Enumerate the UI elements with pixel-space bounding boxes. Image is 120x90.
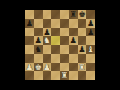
square-d3[interactable] [51,54,60,63]
square-f2[interactable] [69,63,78,72]
square-c2[interactable]: ♟ [43,63,52,72]
square-f8[interactable]: ♜ [69,10,78,19]
square-e4[interactable] [60,45,69,54]
square-f5[interactable]: ♟ [69,36,78,45]
square-e8[interactable] [60,10,69,19]
square-d8[interactable] [51,10,60,19]
square-a6[interactable] [25,28,34,37]
square-b8[interactable] [34,10,43,19]
piece-black-rook[interactable]: ♜ [69,10,76,19]
square-d1[interactable] [51,71,60,80]
square-c4[interactable] [43,45,52,54]
square-a4[interactable] [25,45,34,54]
square-h3[interactable] [86,54,95,63]
square-d7[interactable] [51,19,60,28]
square-e6[interactable] [60,28,69,37]
piece-white-bishop[interactable]: ♝ [87,45,94,54]
square-a2[interactable]: ♟ [25,63,34,72]
piece-white-pawn[interactable]: ♟ [43,62,50,71]
screenshot-canvas: ♜♚♟♟♟♟♟♞♟♞♟♝♟♚♟♜♜ [0,0,120,90]
square-d5[interactable] [51,36,60,45]
square-g4[interactable]: ♟ [78,45,87,54]
piece-black-knight[interactable]: ♞ [34,45,41,54]
square-e5[interactable] [60,36,69,45]
square-e3[interactable] [60,54,69,63]
square-b7[interactable] [34,19,43,28]
square-h2[interactable] [86,63,95,72]
square-d4[interactable] [51,45,60,54]
square-d2[interactable] [51,63,60,72]
square-h1[interactable] [86,71,95,80]
piece-white-rook[interactable]: ♜ [78,62,85,71]
chess-board: ♜♚♟♟♟♟♟♞♟♞♟♝♟♚♟♜♜ [25,10,95,80]
square-b2[interactable]: ♚ [34,63,43,72]
square-c5[interactable]: ♞ [43,36,52,45]
square-h6[interactable]: ♟ [86,28,95,37]
piece-black-pawn[interactable]: ♟ [26,18,33,27]
square-b1[interactable] [34,71,43,80]
square-g6[interactable] [78,28,87,37]
square-g2[interactable]: ♜ [78,63,87,72]
square-f4[interactable] [69,45,78,54]
piece-white-king[interactable]: ♚ [34,62,41,71]
square-a7[interactable]: ♟ [25,19,34,28]
square-a1[interactable] [25,71,34,80]
square-b4[interactable]: ♞ [34,45,43,54]
piece-black-pawn[interactable]: ♟ [69,36,76,45]
square-h4[interactable]: ♝ [86,45,95,54]
square-g7[interactable] [78,19,87,28]
square-g1[interactable] [78,71,87,80]
square-f3[interactable] [69,54,78,63]
piece-black-king[interactable]: ♚ [78,10,85,19]
square-e1[interactable]: ♜ [60,71,69,80]
piece-white-knight[interactable]: ♞ [43,36,50,45]
square-e7[interactable] [60,19,69,28]
square-c1[interactable] [43,71,52,80]
square-f1[interactable] [69,71,78,80]
piece-white-pawn[interactable]: ♟ [26,62,33,71]
square-c8[interactable] [43,10,52,19]
square-d6[interactable] [51,28,60,37]
piece-black-pawn[interactable]: ♟ [78,45,85,54]
square-g8[interactable]: ♚ [78,10,87,19]
square-f7[interactable] [69,19,78,28]
piece-black-pawn[interactable]: ♟ [87,27,94,36]
piece-white-rook[interactable]: ♜ [61,71,68,80]
square-a5[interactable] [25,36,34,45]
